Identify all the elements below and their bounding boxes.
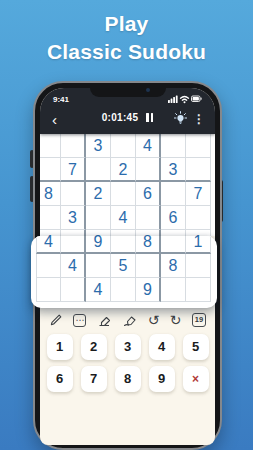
signal-icon xyxy=(168,96,178,104)
battery-icon xyxy=(192,96,202,102)
eraser-icon[interactable] xyxy=(97,313,112,327)
sudoku-cell-r2c7[interactable] xyxy=(161,134,186,158)
sudoku-cell-r5c7[interactable]: 6 xyxy=(161,206,186,230)
promo-screenshot: Play Classic Sudoku 9:41 xyxy=(0,0,253,450)
game-toolbar: ⋯ ↺ ↻ 19 xyxy=(40,308,215,332)
sudoku-cell-r6c4[interactable]: 9 xyxy=(86,236,111,254)
sudoku-cell-r6c3[interactable] xyxy=(61,236,86,254)
hint-bulb-icon[interactable] xyxy=(173,111,188,126)
app-bar: ‹ 0:01:45 xyxy=(40,108,215,134)
key-2[interactable]: 2 xyxy=(81,334,107,360)
status-icons xyxy=(168,94,202,104)
key-1[interactable]: 1 xyxy=(47,334,73,360)
sudoku-board-upper: 347238267346498145849 xyxy=(40,134,215,236)
sudoku-cell-r5c4[interactable] xyxy=(86,206,111,230)
pause-button[interactable] xyxy=(144,113,153,124)
sudoku-cell-r2c4[interactable]: 3 xyxy=(86,134,111,158)
numpad-row-2: 6 7 8 9 × xyxy=(40,366,215,392)
sudoku-cell-r7c4[interactable] xyxy=(86,254,111,278)
sudoku-cell-r3c5[interactable]: 2 xyxy=(111,158,136,182)
sudoku-cell-r3c6[interactable] xyxy=(136,158,161,182)
bucket-eraser-icon[interactable] xyxy=(122,313,137,327)
phone-notch xyxy=(90,83,166,97)
sudoku-cell-r6c7[interactable] xyxy=(161,236,186,254)
sudoku-cell-r4c7[interactable] xyxy=(161,182,186,206)
redo-icon[interactable]: ↻ xyxy=(170,312,182,328)
sudoku-cell-r4c3[interactable] xyxy=(61,182,86,206)
sudoku-cell-r2c8[interactable] xyxy=(186,134,211,158)
sudoku-cell-r5c6[interactable] xyxy=(136,206,161,230)
sudoku-cell-r5c8[interactable] xyxy=(186,206,211,230)
sudoku-cell-r6c2[interactable]: 4 xyxy=(36,236,61,254)
sudoku-cell-r4c2[interactable]: 8 xyxy=(40,182,61,206)
pencil-icon[interactable] xyxy=(49,313,63,327)
numpad-row-1: 1 2 3 4 5 xyxy=(40,334,215,360)
sudoku-cell-r3c2[interactable] xyxy=(40,158,61,182)
sudoku-cell-r8c3[interactable] xyxy=(61,278,86,302)
key-6[interactable]: 6 xyxy=(47,366,73,392)
sudoku-cell-r3c4[interactable] xyxy=(86,158,111,182)
sudoku-cell-r8c2[interactable] xyxy=(36,278,61,302)
sudoku-cell-r6c5[interactable] xyxy=(111,236,136,254)
promo-title-line1: Play xyxy=(0,10,253,38)
sudoku-cell-r2c2[interactable] xyxy=(40,134,61,158)
sudoku-cell-r8c4[interactable]: 4 xyxy=(86,278,111,302)
sudoku-cell-r7c2[interactable] xyxy=(36,254,61,278)
sudoku-cell-r8c5[interactable] xyxy=(111,278,136,302)
overflow-menu-icon[interactable]: ⋮ xyxy=(193,109,205,129)
timer-text: 0:01:45 xyxy=(102,112,139,123)
sudoku-grid: 347238267346498145849 xyxy=(40,134,215,236)
notes-icon[interactable]: ⋯ xyxy=(73,314,86,327)
sudoku-cell-r5c5[interactable]: 4 xyxy=(111,206,136,230)
undo-icon[interactable]: ↺ xyxy=(148,312,160,328)
key-5[interactable]: 5 xyxy=(183,334,209,360)
sudoku-cell-r2c5[interactable] xyxy=(111,134,136,158)
sudoku-cell-r4c4[interactable]: 2 xyxy=(86,182,111,206)
sudoku-cell-r3c3[interactable]: 7 xyxy=(61,158,86,182)
sudoku-cell-r4c5[interactable] xyxy=(111,182,136,206)
sudoku-cell-r7c3[interactable]: 4 xyxy=(61,254,86,278)
sudoku-cell-r4c6[interactable]: 6 xyxy=(136,182,161,206)
key-3[interactable]: 3 xyxy=(115,334,141,360)
sudoku-cell-r2c3[interactable] xyxy=(61,134,86,158)
sudoku-cell-r4c8[interactable]: 7 xyxy=(186,182,211,206)
sudoku-cell-r5c3[interactable]: 3 xyxy=(61,206,86,230)
promo-title: Play Classic Sudoku xyxy=(0,10,253,66)
sudoku-cell-r8c7[interactable] xyxy=(161,278,186,302)
sudoku-cell-r8c6[interactable]: 9 xyxy=(136,278,161,302)
sudoku-cell-r6c8[interactable]: 1 xyxy=(186,236,211,254)
key-delete[interactable]: × xyxy=(183,366,209,392)
camera-icon xyxy=(146,88,150,92)
key-9[interactable]: 9 xyxy=(149,366,175,392)
sudoku-board-lower-card: 347238267346498145849 xyxy=(31,236,217,308)
timer: 0:01:45 xyxy=(40,112,215,124)
wifi-icon xyxy=(181,97,189,101)
sudoku-cell-r7c5[interactable]: 5 xyxy=(111,254,136,278)
sudoku-cell-r7c8[interactable] xyxy=(186,254,211,278)
sudoku-cell-r5c2[interactable] xyxy=(40,206,61,230)
sudoku-cell-r3c7[interactable]: 3 xyxy=(161,158,186,182)
sudoku-cell-r7c6[interactable] xyxy=(136,254,161,278)
promo-title-line2: Classic Sudoku xyxy=(0,38,253,66)
sudoku-cell-r7c7[interactable]: 8 xyxy=(161,254,186,278)
sudoku-cell-r3c8[interactable] xyxy=(186,158,211,182)
hint-count-badge[interactable]: 19 xyxy=(192,313,206,327)
sudoku-grid: 347238267346498145849 xyxy=(36,236,211,302)
key-7[interactable]: 7 xyxy=(81,366,107,392)
key-8[interactable]: 8 xyxy=(115,366,141,392)
clock-text: 9:41 xyxy=(53,95,69,104)
key-4[interactable]: 4 xyxy=(149,334,175,360)
sudoku-cell-r8c8[interactable] xyxy=(186,278,211,302)
sudoku-cell-r2c6[interactable]: 4 xyxy=(136,134,161,158)
sudoku-cell-r6c6[interactable]: 8 xyxy=(136,236,161,254)
